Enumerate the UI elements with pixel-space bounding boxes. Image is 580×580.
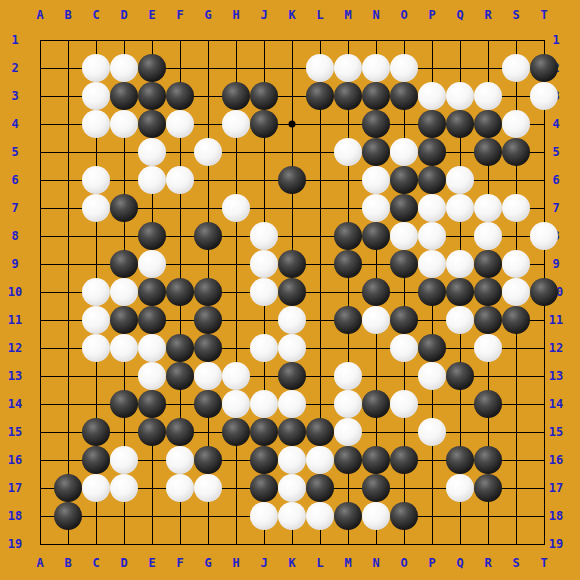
stone-black-p12[interactable] [418, 334, 446, 362]
stone-black-m8[interactable] [334, 222, 362, 250]
column-label-top: P [428, 9, 435, 21]
column-label-top: O [400, 9, 407, 21]
row-label-right: 4 [552, 118, 559, 130]
stone-black-r16[interactable] [474, 446, 502, 474]
stone-black-j17[interactable] [250, 474, 278, 502]
stone-black-f10[interactable] [166, 278, 194, 306]
stone-white-k16[interactable] [278, 446, 306, 474]
stone-black-l15[interactable] [306, 418, 334, 446]
stone-black-g16[interactable] [194, 446, 222, 474]
row-label-right: 19 [549, 538, 563, 550]
column-label-bottom: T [540, 557, 547, 569]
column-label-bottom: R [484, 557, 491, 569]
stone-white-f16[interactable] [166, 446, 194, 474]
stone-black-l3[interactable] [306, 82, 334, 110]
stone-black-o7[interactable] [390, 194, 418, 222]
stone-black-m18[interactable] [334, 502, 362, 530]
stone-white-n6[interactable] [362, 166, 390, 194]
stone-black-g11[interactable] [194, 306, 222, 334]
stone-black-m11[interactable] [334, 306, 362, 334]
column-label-top: K [288, 9, 295, 21]
stone-black-e15[interactable] [138, 418, 166, 446]
stone-white-q9[interactable] [446, 250, 474, 278]
stone-white-h13[interactable] [222, 362, 250, 390]
row-label-left: 18 [8, 510, 22, 522]
stone-white-f17[interactable] [166, 474, 194, 502]
stone-black-e14[interactable] [138, 390, 166, 418]
stone-black-d9[interactable] [110, 250, 138, 278]
stone-white-s2[interactable] [502, 54, 530, 82]
column-label-bottom: C [92, 557, 99, 569]
stone-white-p9[interactable] [418, 250, 446, 278]
stone-white-f4[interactable] [166, 110, 194, 138]
stone-white-j14[interactable] [250, 390, 278, 418]
stone-black-r11[interactable] [474, 306, 502, 334]
stone-white-t3[interactable] [530, 82, 558, 110]
stone-white-c11[interactable] [82, 306, 110, 334]
stone-black-g12[interactable] [194, 334, 222, 362]
stone-black-g14[interactable] [194, 390, 222, 418]
stone-black-j4[interactable] [250, 110, 278, 138]
stone-white-e5[interactable] [138, 138, 166, 166]
stone-white-k18[interactable] [278, 502, 306, 530]
stone-black-o6[interactable] [390, 166, 418, 194]
column-label-top: B [64, 9, 71, 21]
stone-black-e2[interactable] [138, 54, 166, 82]
stone-black-f12[interactable] [166, 334, 194, 362]
stone-white-j10[interactable] [250, 278, 278, 306]
stone-white-q7[interactable] [446, 194, 474, 222]
stone-white-g5[interactable] [194, 138, 222, 166]
stone-white-f6[interactable] [166, 166, 194, 194]
row-label-left: 10 [8, 286, 22, 298]
stone-white-m15[interactable] [334, 418, 362, 446]
stone-black-r9[interactable] [474, 250, 502, 278]
stone-white-s10[interactable] [502, 278, 530, 306]
row-label-left: 3 [11, 90, 18, 102]
row-label-left: 14 [8, 398, 22, 410]
stone-black-q13[interactable] [446, 362, 474, 390]
stone-black-p6[interactable] [418, 166, 446, 194]
stone-black-n3[interactable] [362, 82, 390, 110]
stone-black-q16[interactable] [446, 446, 474, 474]
stone-black-r14[interactable] [474, 390, 502, 418]
stone-black-o18[interactable] [390, 502, 418, 530]
stone-black-q4[interactable] [446, 110, 474, 138]
row-label-left: 1 [11, 34, 18, 46]
stone-black-n10[interactable] [362, 278, 390, 306]
stone-white-d12[interactable] [110, 334, 138, 362]
row-label-right: 1 [552, 34, 559, 46]
row-label-right: 7 [552, 202, 559, 214]
stone-black-o11[interactable] [390, 306, 418, 334]
stone-black-k9[interactable] [278, 250, 306, 278]
column-label-bottom: M [344, 557, 351, 569]
stone-white-e6[interactable] [138, 166, 166, 194]
row-label-right: 11 [549, 314, 563, 326]
stone-black-o3[interactable] [390, 82, 418, 110]
column-label-bottom: G [204, 557, 211, 569]
row-label-right: 14 [549, 398, 563, 410]
stone-white-c6[interactable] [82, 166, 110, 194]
stone-white-l16[interactable] [306, 446, 334, 474]
stone-white-o2[interactable] [390, 54, 418, 82]
stone-white-s9[interactable] [502, 250, 530, 278]
stone-white-g13[interactable] [194, 362, 222, 390]
column-label-top: C [92, 9, 99, 21]
row-label-right: 16 [549, 454, 563, 466]
stone-white-q11[interactable] [446, 306, 474, 334]
stone-white-c10[interactable] [82, 278, 110, 306]
stone-white-k12[interactable] [278, 334, 306, 362]
stone-black-e3[interactable] [138, 82, 166, 110]
stone-black-o9[interactable] [390, 250, 418, 278]
row-label-right: 12 [549, 342, 563, 354]
row-label-right: 13 [549, 370, 563, 382]
stone-white-c3[interactable] [82, 82, 110, 110]
stone-white-m13[interactable] [334, 362, 362, 390]
row-label-left: 5 [11, 146, 18, 158]
stone-white-n18[interactable] [362, 502, 390, 530]
row-label-right: 18 [549, 510, 563, 522]
row-label-right: 5 [552, 146, 559, 158]
stone-black-g10[interactable] [194, 278, 222, 306]
row-label-right: 15 [549, 426, 563, 438]
stone-white-j12[interactable] [250, 334, 278, 362]
stone-black-k13[interactable] [278, 362, 306, 390]
stone-white-o8[interactable] [390, 222, 418, 250]
row-label-left: 4 [11, 118, 18, 130]
stone-white-r7[interactable] [474, 194, 502, 222]
stone-black-l17[interactable] [306, 474, 334, 502]
stone-black-c16[interactable] [82, 446, 110, 474]
row-label-left: 17 [8, 482, 22, 494]
column-label-top: A [36, 9, 43, 21]
stone-white-d4[interactable] [110, 110, 138, 138]
stone-white-j8[interactable] [250, 222, 278, 250]
stone-black-s5[interactable] [502, 138, 530, 166]
stone-black-k15[interactable] [278, 418, 306, 446]
stone-white-d16[interactable] [110, 446, 138, 474]
stone-white-j18[interactable] [250, 502, 278, 530]
stone-white-d17[interactable] [110, 474, 138, 502]
stone-white-g17[interactable] [194, 474, 222, 502]
stone-white-h7[interactable] [222, 194, 250, 222]
row-label-left: 2 [11, 62, 18, 74]
stone-black-j3[interactable] [250, 82, 278, 110]
stone-white-p3[interactable] [418, 82, 446, 110]
stone-black-f15[interactable] [166, 418, 194, 446]
stone-black-k6[interactable] [278, 166, 306, 194]
stone-black-b17[interactable] [54, 474, 82, 502]
column-label-top: D [120, 9, 127, 21]
column-label-bottom: B [64, 557, 71, 569]
stone-black-f3[interactable] [166, 82, 194, 110]
stone-white-e12[interactable] [138, 334, 166, 362]
stone-white-c4[interactable] [82, 110, 110, 138]
stone-white-l18[interactable] [306, 502, 334, 530]
stone-white-e13[interactable] [138, 362, 166, 390]
stone-white-n2[interactable] [362, 54, 390, 82]
column-label-bottom: K [288, 557, 295, 569]
star-point-k4 [289, 121, 296, 128]
stone-white-m5[interactable] [334, 138, 362, 166]
row-label-left: 9 [11, 258, 18, 270]
stone-white-q3[interactable] [446, 82, 474, 110]
grid-line [40, 544, 545, 545]
row-label-left: 19 [8, 538, 22, 550]
stone-white-d2[interactable] [110, 54, 138, 82]
column-label-top: R [484, 9, 491, 21]
column-label-bottom: D [120, 557, 127, 569]
column-label-bottom: E [148, 557, 155, 569]
stone-black-t2[interactable] [530, 54, 558, 82]
stone-white-h14[interactable] [222, 390, 250, 418]
row-label-right: 6 [552, 174, 559, 186]
stone-black-e4[interactable] [138, 110, 166, 138]
stone-black-f13[interactable] [166, 362, 194, 390]
stone-white-h4[interactable] [222, 110, 250, 138]
column-label-top: L [316, 9, 323, 21]
stone-white-c17[interactable] [82, 474, 110, 502]
stone-black-b18[interactable] [54, 502, 82, 530]
stone-black-o16[interactable] [390, 446, 418, 474]
column-label-bottom: P [428, 557, 435, 569]
stone-white-e9[interactable] [138, 250, 166, 278]
stone-white-j9[interactable] [250, 250, 278, 278]
stone-white-q6[interactable] [446, 166, 474, 194]
stone-white-p7[interactable] [418, 194, 446, 222]
column-label-bottom: O [400, 557, 407, 569]
stone-white-m14[interactable] [334, 390, 362, 418]
column-label-top: G [204, 9, 211, 21]
stone-black-h15[interactable] [222, 418, 250, 446]
stone-black-e11[interactable] [138, 306, 166, 334]
stone-white-o5[interactable] [390, 138, 418, 166]
row-label-left: 16 [8, 454, 22, 466]
stone-white-r12[interactable] [474, 334, 502, 362]
stone-white-r8[interactable] [474, 222, 502, 250]
go-board[interactable]: AABBCCDDEEFFGGHHJJKKLLMMNNOOPPQQRRSSTT11… [0, 0, 580, 580]
stone-white-q17[interactable] [446, 474, 474, 502]
row-label-left: 7 [11, 202, 18, 214]
stone-white-l2[interactable] [306, 54, 334, 82]
stone-white-c2[interactable] [82, 54, 110, 82]
stone-white-p8[interactable] [418, 222, 446, 250]
row-label-left: 11 [8, 314, 22, 326]
stone-white-o12[interactable] [390, 334, 418, 362]
stone-black-n17[interactable] [362, 474, 390, 502]
stone-white-o14[interactable] [390, 390, 418, 418]
row-label-right: 9 [552, 258, 559, 270]
column-label-top: F [176, 9, 183, 21]
stone-white-k14[interactable] [278, 390, 306, 418]
stone-white-n11[interactable] [362, 306, 390, 334]
stone-white-k11[interactable] [278, 306, 306, 334]
stone-black-c15[interactable] [82, 418, 110, 446]
stone-white-t8[interactable] [530, 222, 558, 250]
stone-black-g8[interactable] [194, 222, 222, 250]
stone-black-p5[interactable] [418, 138, 446, 166]
column-label-bottom: Q [456, 557, 463, 569]
stone-white-c12[interactable] [82, 334, 110, 362]
stone-white-k17[interactable] [278, 474, 306, 502]
stone-black-h3[interactable] [222, 82, 250, 110]
column-label-top: E [148, 9, 155, 21]
row-label-left: 8 [11, 230, 18, 242]
stone-white-s4[interactable] [502, 110, 530, 138]
column-label-top: M [344, 9, 351, 21]
row-label-left: 15 [8, 426, 22, 438]
column-label-bottom: L [316, 557, 323, 569]
stone-black-r4[interactable] [474, 110, 502, 138]
stone-black-n4[interactable] [362, 110, 390, 138]
stone-black-n8[interactable] [362, 222, 390, 250]
stone-black-k10[interactable] [278, 278, 306, 306]
column-label-top: Q [456, 9, 463, 21]
column-label-bottom: H [232, 557, 239, 569]
stone-black-j15[interactable] [250, 418, 278, 446]
stone-black-m9[interactable] [334, 250, 362, 278]
stone-white-p15[interactable] [418, 418, 446, 446]
stone-white-d10[interactable] [110, 278, 138, 306]
stone-black-r10[interactable] [474, 278, 502, 306]
stone-white-p13[interactable] [418, 362, 446, 390]
stone-black-e10[interactable] [138, 278, 166, 306]
stone-white-s7[interactable] [502, 194, 530, 222]
stone-black-d7[interactable] [110, 194, 138, 222]
stone-black-d3[interactable] [110, 82, 138, 110]
stone-black-n14[interactable] [362, 390, 390, 418]
stone-black-m3[interactable] [334, 82, 362, 110]
stone-black-p4[interactable] [418, 110, 446, 138]
stone-black-j16[interactable] [250, 446, 278, 474]
stone-black-d11[interactable] [110, 306, 138, 334]
row-label-left: 12 [8, 342, 22, 354]
stone-black-n16[interactable] [362, 446, 390, 474]
stone-black-m16[interactable] [334, 446, 362, 474]
column-label-top: H [232, 9, 239, 21]
stone-white-r3[interactable] [474, 82, 502, 110]
stone-black-t10[interactable] [530, 278, 558, 306]
column-label-top: S [512, 9, 519, 21]
column-label-bottom: N [372, 557, 379, 569]
row-label-left: 6 [11, 174, 18, 186]
column-label-top: J [260, 9, 267, 21]
stone-black-r17[interactable] [474, 474, 502, 502]
stone-white-m2[interactable] [334, 54, 362, 82]
column-label-bottom: S [512, 557, 519, 569]
row-label-right: 17 [549, 482, 563, 494]
stone-black-s11[interactable] [502, 306, 530, 334]
stone-black-r5[interactable] [474, 138, 502, 166]
row-label-left: 13 [8, 370, 22, 382]
stone-black-d14[interactable] [110, 390, 138, 418]
column-label-bottom: F [176, 557, 183, 569]
stone-white-c7[interactable] [82, 194, 110, 222]
column-label-bottom: A [36, 557, 43, 569]
stone-black-e8[interactable] [138, 222, 166, 250]
stone-white-n7[interactable] [362, 194, 390, 222]
stone-black-q10[interactable] [446, 278, 474, 306]
stone-black-p10[interactable] [418, 278, 446, 306]
stone-black-n5[interactable] [362, 138, 390, 166]
column-label-top: T [540, 9, 547, 21]
column-label-bottom: J [260, 557, 267, 569]
column-label-top: N [372, 9, 379, 21]
